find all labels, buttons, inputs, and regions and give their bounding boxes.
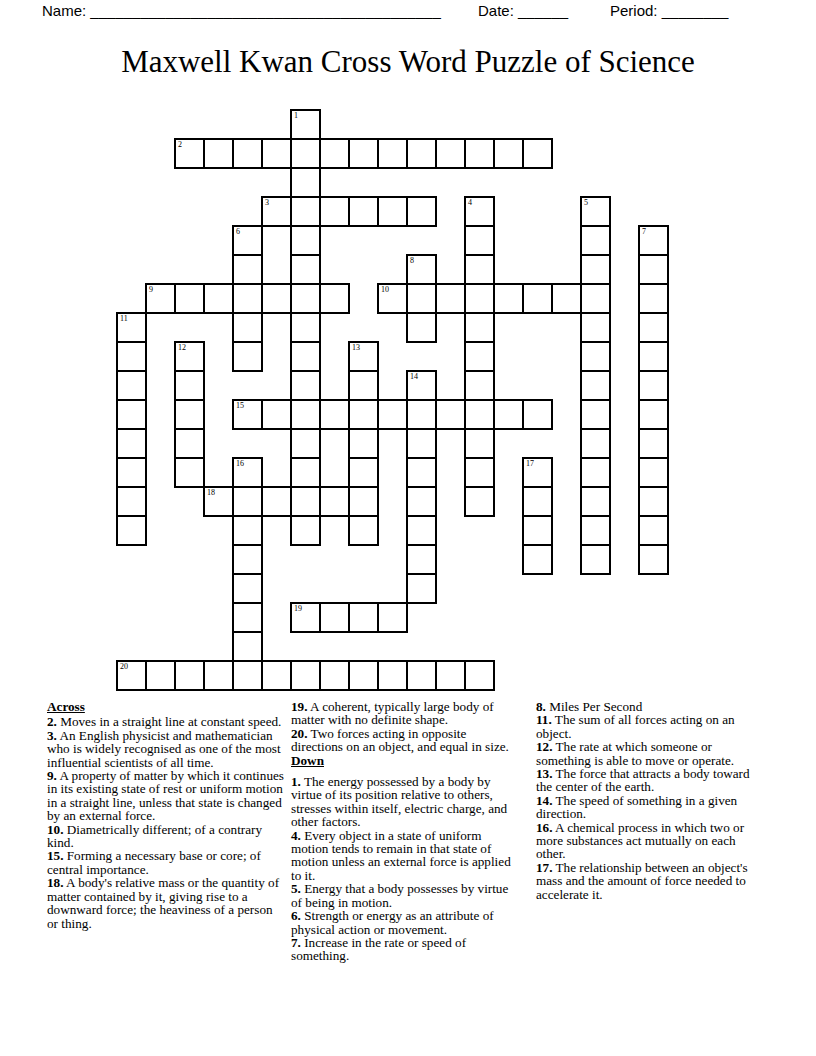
grid-cell[interactable]: 12 — [174, 341, 205, 372]
date-blank-line[interactable]: ______ — [518, 2, 568, 19]
grid-cell[interactable]: 16 — [232, 457, 263, 488]
grid-cell[interactable] — [638, 486, 669, 517]
grid-cell[interactable] — [290, 225, 321, 256]
grid-cell[interactable] — [290, 341, 321, 372]
grid-cell[interactable] — [464, 370, 495, 401]
grid-cell[interactable] — [377, 602, 408, 633]
grid-cell[interactable]: 15 — [232, 399, 263, 430]
grid-cell[interactable] — [406, 312, 437, 343]
cell-number: 14 — [410, 372, 418, 381]
grid-cell[interactable]: 14 — [406, 370, 437, 401]
grid-cell[interactable] — [348, 660, 379, 691]
grid-cell[interactable]: 20 — [116, 660, 147, 691]
grid-cell[interactable] — [464, 312, 495, 343]
grid-cell[interactable] — [261, 660, 292, 691]
grid-cell[interactable] — [232, 515, 263, 546]
clue-number: 15. — [47, 848, 63, 863]
clue-number: 11. — [536, 712, 552, 727]
grid-cell[interactable]: 10 — [377, 283, 408, 314]
grid-cell[interactable]: 5 — [580, 196, 611, 227]
clue: 2. Moves in a straight line at constant … — [47, 715, 285, 728]
grid-cell[interactable] — [406, 428, 437, 459]
clue-number: 5. — [291, 881, 301, 896]
clue-number: 12. — [536, 739, 552, 754]
clue-number: 10. — [47, 822, 63, 837]
clues-column-2: 19. A coherent, typically large body of … — [291, 700, 519, 963]
grid-cell[interactable] — [348, 370, 379, 401]
grid-cell[interactable] — [348, 399, 379, 430]
grid-cell[interactable]: 17 — [522, 457, 553, 488]
grid-cell[interactable] — [464, 225, 495, 256]
clue: 10. Diametrically different; of a contra… — [47, 823, 285, 850]
grid-cell[interactable] — [580, 544, 611, 575]
clue-number: 20. — [291, 726, 307, 741]
clue-number: 4. — [291, 828, 301, 843]
grid-cell[interactable] — [522, 399, 553, 430]
grid-cell[interactable] — [319, 399, 350, 430]
grid-cell[interactable] — [232, 254, 263, 285]
grid-cell[interactable]: 7 — [638, 225, 669, 256]
grid-cell[interactable] — [638, 370, 669, 401]
grid-cell[interactable] — [464, 457, 495, 488]
grid-cell[interactable] — [232, 544, 263, 575]
grid-cell[interactable] — [377, 138, 408, 169]
grid-cell[interactable] — [406, 486, 437, 517]
clue: 4. Every object in a state of uniform mo… — [291, 829, 519, 883]
clue: 1. The energy possessed by a body by vir… — [291, 775, 519, 829]
cell-number: 15 — [236, 401, 244, 410]
grid-cell[interactable] — [580, 428, 611, 459]
cell-number: 4 — [468, 198, 472, 207]
grid-cell[interactable] — [435, 138, 466, 169]
grid-cell[interactable]: 1 — [290, 109, 321, 140]
grid-cell[interactable] — [377, 196, 408, 227]
clue: 6. Strength or energy as an attribute of… — [291, 909, 519, 936]
grid-cell[interactable] — [406, 573, 437, 604]
grid-cell[interactable] — [638, 341, 669, 372]
grid-cell[interactable] — [464, 138, 495, 169]
grid-cell[interactable] — [290, 283, 321, 314]
grid-cell[interactable] — [493, 138, 524, 169]
grid-cell[interactable] — [435, 660, 466, 691]
grid-cell[interactable]: 3 — [261, 196, 292, 227]
grid-cell[interactable] — [348, 515, 379, 546]
grid-cell[interactable] — [116, 486, 147, 517]
grid-cell[interactable] — [116, 428, 147, 459]
grid-cell[interactable] — [116, 341, 147, 372]
grid-cell[interactable]: 2 — [174, 138, 205, 169]
grid-cell[interactable]: 6 — [232, 225, 263, 256]
grid-cell[interactable] — [464, 660, 495, 691]
across-clues-header: Across — [47, 700, 285, 713]
grid-cell[interactable] — [464, 399, 495, 430]
cell-number: 20 — [120, 662, 128, 671]
grid-cell[interactable] — [522, 544, 553, 575]
clue-number: 3. — [47, 728, 57, 743]
date-field: Date: ______ — [478, 2, 568, 19]
grid-cell[interactable] — [232, 138, 263, 169]
grid-cell[interactable] — [290, 486, 321, 517]
clue: 5. Energy that a body possesses by virtu… — [291, 882, 519, 909]
grid-cell[interactable] — [232, 602, 263, 633]
grid-cell[interactable] — [174, 283, 205, 314]
grid-cell[interactable] — [580, 370, 611, 401]
grid-cell[interactable] — [406, 283, 437, 314]
grid-cell[interactable] — [464, 428, 495, 459]
grid-cell[interactable] — [261, 283, 292, 314]
grid-cell[interactable] — [232, 312, 263, 343]
grid-cell[interactable] — [319, 660, 350, 691]
grid-cell[interactable] — [348, 196, 379, 227]
grid-cell[interactable] — [464, 254, 495, 285]
grid-cell[interactable] — [638, 515, 669, 546]
grid-cell[interactable] — [464, 486, 495, 517]
clue: 14. The speed of something in a given di… — [536, 794, 766, 821]
clue-number: 17. — [536, 860, 552, 875]
clue: 16. A chemical process in which two or m… — [536, 821, 766, 861]
grid-cell[interactable] — [580, 457, 611, 488]
crossword-grid: 1234567891011121314151617181920 — [116, 109, 669, 691]
name-blank-line[interactable]: ________________________________________… — [90, 2, 440, 19]
clue: 12. The rate at which someone or somethi… — [536, 740, 766, 767]
grid-cell[interactable] — [348, 486, 379, 517]
period-field: Period: ________ — [610, 2, 728, 19]
grid-cell[interactable] — [435, 399, 466, 430]
grid-cell[interactable] — [232, 660, 263, 691]
grid-cell[interactable] — [174, 457, 205, 488]
name-label: Name: — [42, 2, 86, 19]
grid-cell[interactable]: 4 — [464, 196, 495, 227]
grid-cell[interactable] — [406, 138, 437, 169]
grid-cell[interactable] — [232, 573, 263, 604]
grid-cell[interactable] — [116, 370, 147, 401]
grid-cell[interactable] — [232, 341, 263, 372]
clue-number: 9. — [47, 768, 57, 783]
clue-number: 1. — [291, 774, 301, 789]
cell-number: 3 — [265, 198, 269, 207]
clue-number: 19. — [291, 699, 307, 714]
grid-cell[interactable] — [290, 370, 321, 401]
clue-number: 6. — [291, 908, 301, 923]
grid-cell[interactable] — [348, 457, 379, 488]
grid-cell[interactable] — [290, 312, 321, 343]
cell-number: 17 — [526, 459, 534, 468]
cell-number: 10 — [381, 285, 389, 294]
clue: 18. A body's relative mass or the quanti… — [47, 876, 285, 930]
grid-cell[interactable] — [290, 254, 321, 285]
grid-cell[interactable] — [522, 138, 553, 169]
grid-cell[interactable] — [290, 167, 321, 198]
grid-cell[interactable] — [377, 399, 408, 430]
grid-cell[interactable] — [580, 283, 611, 314]
grid-cell[interactable] — [406, 515, 437, 546]
grid-cell[interactable] — [580, 399, 611, 430]
cell-number: 5 — [584, 198, 588, 207]
grid-cell[interactable] — [406, 544, 437, 575]
clue: 20. Two forces acting in opposite direct… — [291, 727, 519, 754]
grid-cell[interactable] — [290, 196, 321, 227]
cell-number: 6 — [236, 227, 240, 236]
period-label: Period: — [610, 2, 658, 19]
grid-cell[interactable] — [493, 283, 524, 314]
date-label: Date: — [478, 2, 514, 19]
grid-cell[interactable]: 9 — [145, 283, 176, 314]
cell-number: 19 — [294, 604, 302, 613]
grid-cell[interactable] — [290, 138, 321, 169]
grid-cell[interactable] — [116, 515, 147, 546]
grid-cell[interactable] — [464, 341, 495, 372]
grid-cell[interactable] — [319, 138, 350, 169]
grid-cell[interactable] — [319, 196, 350, 227]
clue-number: 7. — [291, 935, 301, 950]
grid-cell[interactable] — [348, 138, 379, 169]
clue-number: 18. — [47, 875, 63, 890]
grid-cell[interactable]: 8 — [406, 254, 437, 285]
grid-cell[interactable] — [319, 486, 350, 517]
grid-cell[interactable] — [522, 486, 553, 517]
cell-number: 9 — [149, 285, 153, 294]
grid-cell[interactable] — [464, 283, 495, 314]
cell-number: 18 — [207, 488, 215, 497]
clue-number: 14. — [536, 793, 552, 808]
clue: 9. A property of matter by which it cont… — [47, 769, 285, 823]
clues-column-3: 8. Miles Per Second11. The sum of all fo… — [536, 700, 766, 901]
grid-cell[interactable] — [638, 544, 669, 575]
grid-cell[interactable] — [406, 196, 437, 227]
grid-cell[interactable] — [203, 660, 234, 691]
grid-cell[interactable] — [522, 283, 553, 314]
cell-number: 1 — [294, 111, 298, 120]
grid-cell[interactable] — [232, 486, 263, 517]
grid-cell[interactable] — [116, 457, 147, 488]
cell-number: 12 — [178, 343, 186, 352]
grid-cell[interactable] — [348, 602, 379, 633]
cell-number: 2 — [178, 140, 182, 149]
grid-cell[interactable] — [580, 254, 611, 285]
period-blank-line[interactable]: ________ — [662, 2, 729, 19]
grid-cell[interactable] — [638, 428, 669, 459]
page-title: Maxwell Kwan Cross Word Puzzle of Scienc… — [0, 44, 816, 80]
clue: 8. Miles Per Second — [536, 700, 766, 713]
grid-cell[interactable] — [116, 399, 147, 430]
grid-cell[interactable] — [290, 457, 321, 488]
grid-cell[interactable] — [638, 457, 669, 488]
clue-number: 16. — [536, 820, 552, 835]
clues-column-1: Across2. Moves in a straight line at con… — [47, 700, 285, 930]
grid-cell[interactable] — [145, 660, 176, 691]
grid-cell[interactable] — [377, 660, 408, 691]
grid-cell[interactable] — [174, 370, 205, 401]
grid-cell[interactable] — [580, 225, 611, 256]
grid-cell[interactable] — [174, 660, 205, 691]
clue: 7. Increase in the rate or speed of some… — [291, 936, 519, 963]
clue: 3. An English physicist and mathematicia… — [47, 729, 285, 769]
clue: 19. A coherent, typically large body of … — [291, 700, 519, 727]
grid-cell[interactable] — [638, 312, 669, 343]
grid-cell[interactable] — [203, 138, 234, 169]
grid-cell[interactable] — [290, 399, 321, 430]
grid-cell[interactable] — [406, 399, 437, 430]
clue: 17. The relationship between an object's… — [536, 861, 766, 901]
grid-cell[interactable] — [232, 283, 263, 314]
grid-cell[interactable]: 11 — [116, 312, 147, 343]
grid-cell[interactable] — [580, 515, 611, 546]
worksheet-page: Name: __________________________________… — [0, 0, 816, 1056]
grid-cell[interactable] — [319, 602, 350, 633]
grid-cell[interactable] — [232, 631, 263, 662]
grid-cell[interactable]: 18 — [203, 486, 234, 517]
cell-number: 16 — [236, 459, 244, 468]
cell-number: 11 — [120, 314, 128, 323]
down-clues-header: Down — [291, 754, 519, 767]
grid-cell[interactable] — [580, 341, 611, 372]
grid-cell[interactable] — [580, 486, 611, 517]
grid-cell[interactable] — [638, 254, 669, 285]
grid-cell[interactable] — [319, 283, 350, 314]
name-field: Name: __________________________________… — [42, 2, 441, 19]
grid-cell[interactable] — [290, 660, 321, 691]
clue: 15. Forming a necessary base or core; of… — [47, 849, 285, 876]
grid-cell[interactable] — [261, 399, 292, 430]
grid-cell[interactable] — [493, 399, 524, 430]
grid-cell[interactable] — [580, 312, 611, 343]
cell-number: 8 — [410, 256, 414, 265]
clue: 11. The sum of all forces acting on an o… — [536, 713, 766, 740]
grid-cell[interactable] — [203, 283, 234, 314]
grid-cell[interactable] — [406, 457, 437, 488]
grid-cell[interactable] — [435, 283, 466, 314]
clue: 13. The force that attracts a body towar… — [536, 767, 766, 794]
grid-cell[interactable] — [638, 399, 669, 430]
grid-cell[interactable] — [551, 283, 582, 314]
cell-number: 13 — [352, 343, 360, 352]
grid-cell[interactable] — [348, 428, 379, 459]
grid-cell[interactable] — [261, 486, 292, 517]
grid-cell[interactable] — [174, 428, 205, 459]
cell-number: 7 — [642, 227, 646, 236]
grid-cell[interactable] — [290, 515, 321, 546]
grid-cell[interactable] — [290, 428, 321, 459]
grid-cell[interactable] — [638, 283, 669, 314]
grid-cell[interactable] — [522, 515, 553, 546]
grid-cell[interactable] — [174, 399, 205, 430]
grid-cell[interactable]: 13 — [348, 341, 379, 372]
clue-number: 13. — [536, 766, 552, 781]
grid-cell[interactable]: 19 — [290, 602, 321, 633]
grid-cell[interactable] — [261, 138, 292, 169]
grid-cell[interactable] — [406, 660, 437, 691]
